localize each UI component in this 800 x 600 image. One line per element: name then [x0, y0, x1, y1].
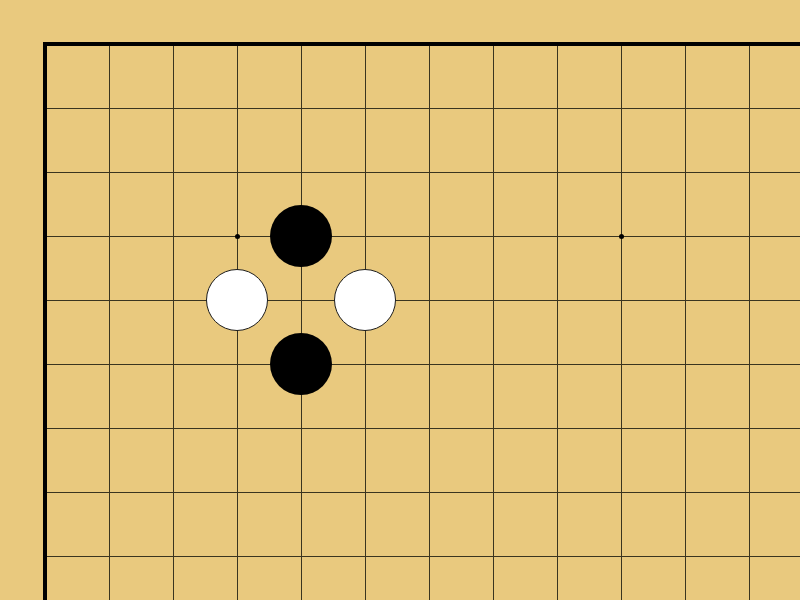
board-intersection[interactable]	[269, 460, 333, 524]
board-intersection	[269, 332, 333, 396]
board-intersection[interactable]	[461, 332, 525, 396]
board-intersection[interactable]	[653, 76, 717, 140]
board-intersection[interactable]	[461, 460, 525, 524]
board-intersection[interactable]	[205, 524, 269, 588]
board-intersection[interactable]	[589, 460, 653, 524]
board-intersection[interactable]	[397, 396, 461, 460]
board-intersection[interactable]	[781, 332, 800, 396]
board-intersection[interactable]	[717, 76, 781, 140]
board-intersection[interactable]	[77, 76, 141, 140]
board-intersection[interactable]	[269, 588, 333, 600]
board-intersection[interactable]	[461, 76, 525, 140]
board-intersection[interactable]	[653, 460, 717, 524]
board-intersection[interactable]	[269, 268, 333, 332]
board-intersection[interactable]	[589, 396, 653, 460]
board-intersection[interactable]	[781, 268, 800, 332]
board-intersection[interactable]	[205, 588, 269, 600]
board-intersection[interactable]	[205, 140, 269, 204]
board-intersection	[269, 204, 333, 268]
board-intersection[interactable]	[717, 460, 781, 524]
board-intersection[interactable]	[77, 524, 141, 588]
board-intersection[interactable]	[589, 332, 653, 396]
board-intersection[interactable]	[781, 524, 800, 588]
board-intersection[interactable]	[717, 588, 781, 600]
star-point	[235, 234, 240, 239]
board-intersection[interactable]	[717, 140, 781, 204]
board-intersection[interactable]	[205, 460, 269, 524]
board-intersection[interactable]	[397, 140, 461, 204]
board-edge-top	[43, 42, 800, 46]
board-intersection[interactable]	[141, 76, 205, 140]
board-intersection[interactable]	[77, 268, 141, 332]
board-intersection[interactable]	[589, 268, 653, 332]
board-intersection[interactable]	[525, 460, 589, 524]
board-intersection[interactable]	[525, 76, 589, 140]
board-intersection[interactable]	[141, 140, 205, 204]
board-intersection[interactable]	[269, 76, 333, 140]
board-intersection[interactable]	[141, 524, 205, 588]
board-intersection[interactable]	[525, 396, 589, 460]
board-intersection[interactable]	[589, 524, 653, 588]
board-intersection[interactable]	[717, 332, 781, 396]
board-intersection[interactable]	[589, 76, 653, 140]
board-intersection[interactable]	[77, 396, 141, 460]
board-intersection[interactable]	[205, 204, 269, 268]
board-intersection[interactable]	[397, 268, 461, 332]
board-intersection[interactable]	[397, 524, 461, 588]
board-intersection[interactable]	[653, 524, 717, 588]
board-intersection[interactable]	[653, 268, 717, 332]
board-intersection[interactable]	[205, 332, 269, 396]
board-intersection[interactable]	[781, 76, 800, 140]
board-intersection[interactable]	[461, 268, 525, 332]
board-intersection[interactable]	[397, 76, 461, 140]
board-intersection[interactable]	[397, 332, 461, 396]
board-intersection[interactable]	[525, 140, 589, 204]
board-intersection[interactable]	[141, 204, 205, 268]
board-intersection[interactable]	[653, 204, 717, 268]
black-stone	[270, 205, 332, 267]
board-intersection[interactable]	[333, 460, 397, 524]
board-intersection[interactable]	[333, 204, 397, 268]
star-point	[619, 234, 624, 239]
board-intersection[interactable]	[589, 140, 653, 204]
board-intersection[interactable]	[333, 140, 397, 204]
black-stone	[270, 333, 332, 395]
board-intersection[interactable]	[141, 396, 205, 460]
board-intersection[interactable]	[525, 332, 589, 396]
board-intersection[interactable]	[269, 396, 333, 460]
board-intersection[interactable]	[461, 396, 525, 460]
board-intersection[interactable]	[397, 460, 461, 524]
board-intersection[interactable]	[525, 588, 589, 600]
board-intersection[interactable]	[461, 204, 525, 268]
board-intersection[interactable]	[653, 332, 717, 396]
board-intersection[interactable]	[653, 588, 717, 600]
board-intersection[interactable]	[397, 588, 461, 600]
go-board	[0, 0, 800, 600]
board-intersection[interactable]	[717, 524, 781, 588]
board-intersection[interactable]	[333, 588, 397, 600]
board-intersection[interactable]	[141, 588, 205, 600]
board-intersection[interactable]	[589, 204, 653, 268]
board-intersection[interactable]	[461, 524, 525, 588]
board-intersection[interactable]	[77, 332, 141, 396]
white-stone	[206, 269, 268, 331]
board-intersection[interactable]	[77, 140, 141, 204]
board-intersection[interactable]	[333, 332, 397, 396]
board-intersection[interactable]	[781, 460, 800, 524]
board-intersection	[205, 268, 269, 332]
board-intersection[interactable]	[205, 396, 269, 460]
board-intersection[interactable]	[781, 588, 800, 600]
board-intersection[interactable]	[77, 460, 141, 524]
board-intersection[interactable]	[781, 204, 800, 268]
board-grid	[13, 12, 800, 600]
board-intersection[interactable]	[77, 588, 141, 600]
board-intersection[interactable]	[461, 140, 525, 204]
white-stone	[334, 269, 396, 331]
board-intersection[interactable]	[333, 76, 397, 140]
board-intersection[interactable]	[333, 524, 397, 588]
board-intersection[interactable]	[781, 140, 800, 204]
board-intersection[interactable]	[781, 396, 800, 460]
board-intersection[interactable]	[269, 524, 333, 588]
board-intersection[interactable]	[525, 524, 589, 588]
board-intersection	[333, 268, 397, 332]
board-intersection[interactable]	[717, 204, 781, 268]
board-intersection[interactable]	[717, 268, 781, 332]
board-intersection[interactable]	[525, 204, 589, 268]
board-intersection[interactable]	[461, 588, 525, 600]
board-intersection[interactable]	[397, 204, 461, 268]
board-intersection[interactable]	[77, 204, 141, 268]
board-intersection[interactable]	[141, 460, 205, 524]
board-intersection[interactable]	[141, 268, 205, 332]
board-intersection[interactable]	[205, 76, 269, 140]
board-intersection[interactable]	[525, 268, 589, 332]
board-intersection[interactable]	[717, 396, 781, 460]
board-intersection[interactable]	[333, 396, 397, 460]
board-intersection[interactable]	[653, 140, 717, 204]
board-intersection[interactable]	[589, 588, 653, 600]
board-intersection[interactable]	[653, 396, 717, 460]
board-intersection[interactable]	[141, 332, 205, 396]
board-intersection[interactable]	[269, 140, 333, 204]
board-edge-left	[43, 42, 47, 600]
